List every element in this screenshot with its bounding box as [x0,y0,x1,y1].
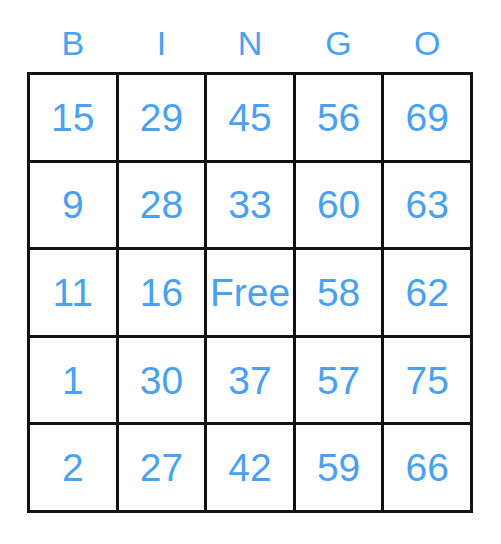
cell-r5-B[interactable]: 2 [30,425,116,510]
cell-r4-B[interactable]: 1 [30,338,116,423]
cell-r3-G[interactable]: 58 [296,250,382,335]
header-letter-o: O [384,20,470,66]
cell-r1-N[interactable]: 45 [207,75,293,160]
cell-r1-G[interactable]: 56 [296,75,382,160]
bingo-grid: 15 29 45 56 69 9 28 33 60 63 11 16 Free … [27,72,473,513]
header-letter-n: N [207,20,293,66]
cell-r5-I[interactable]: 27 [119,425,205,510]
bingo-card: B I N G O 15 29 45 56 69 9 28 33 60 63 1… [0,0,501,544]
cell-r3-N-free[interactable]: Free [207,250,293,335]
cell-r2-O[interactable]: 63 [384,163,470,248]
cell-r4-G[interactable]: 57 [296,338,382,423]
cell-r5-N[interactable]: 42 [207,425,293,510]
bingo-header: B I N G O [27,20,473,66]
cell-r4-N[interactable]: 37 [207,338,293,423]
header-letter-g: G [296,20,382,66]
cell-r2-B[interactable]: 9 [30,163,116,248]
cell-r2-N[interactable]: 33 [207,163,293,248]
cell-r1-I[interactable]: 29 [119,75,205,160]
cell-r4-I[interactable]: 30 [119,338,205,423]
cell-r2-I[interactable]: 28 [119,163,205,248]
cell-r5-O[interactable]: 66 [384,425,470,510]
cell-r3-B[interactable]: 11 [30,250,116,335]
cell-r1-B[interactable]: 15 [30,75,116,160]
cell-r1-O[interactable]: 69 [384,75,470,160]
header-letter-b: B [30,20,116,66]
cell-r3-O[interactable]: 62 [384,250,470,335]
cell-r3-I[interactable]: 16 [119,250,205,335]
header-letter-i: I [119,20,205,66]
cell-r4-O[interactable]: 75 [384,338,470,423]
cell-r5-G[interactable]: 59 [296,425,382,510]
cell-r2-G[interactable]: 60 [296,163,382,248]
